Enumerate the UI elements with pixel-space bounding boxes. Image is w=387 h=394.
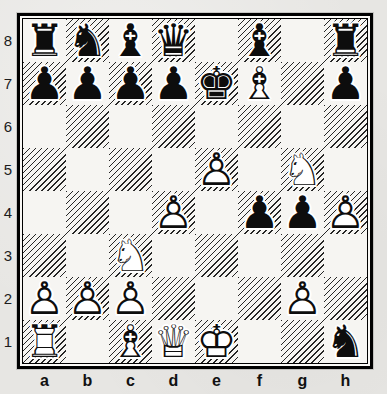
square-c4 <box>109 191 152 234</box>
piece-glyph: ♕ <box>152 320 195 363</box>
square-d6 <box>152 105 195 148</box>
black-pawn-b7: ♟♟ <box>66 62 109 105</box>
piece-glyph: ♙ <box>66 277 109 320</box>
file-label-c: c <box>109 372 152 390</box>
chess-board: ♜♜♞♞♝♝♛♛♝♝♜♜♟♟♟♟♟♟♟♟♚♚♝♗♟♟♟♙♞♘♟♙♟♟♟♟♟♙♞♘… <box>17 13 373 369</box>
piece-glyph: ♟ <box>109 62 152 105</box>
square-g4: ♟♟ <box>281 191 324 234</box>
black-pawn-c7: ♟♟ <box>109 62 152 105</box>
square-b6 <box>66 105 109 148</box>
rank-label-1: 1 <box>0 320 16 363</box>
piece-glyph: ♜ <box>324 19 367 62</box>
square-b4 <box>66 191 109 234</box>
white-pawn-d4: ♟♙ <box>152 191 195 234</box>
rank-label-3: 3 <box>0 234 16 277</box>
file-label-b: b <box>66 372 109 390</box>
white-pawn-e5: ♟♙ <box>195 148 238 191</box>
square-h7: ♟♟ <box>324 62 367 105</box>
piece-glyph: ♘ <box>109 234 152 277</box>
black-rook-a8: ♜♜ <box>23 19 66 62</box>
piece-glyph: ♗ <box>238 62 281 105</box>
piece-glyph: ♟ <box>281 191 324 234</box>
square-e3 <box>195 234 238 277</box>
white-king-e1: ♚♔ <box>195 320 238 363</box>
square-g8 <box>281 19 324 62</box>
black-knight-h1: ♞♞ <box>324 320 367 363</box>
square-b3 <box>66 234 109 277</box>
white-bishop-f7: ♝♗ <box>238 62 281 105</box>
square-a4 <box>23 191 66 234</box>
piece-glyph: ♞ <box>66 19 109 62</box>
white-knight-g5: ♞♘ <box>281 148 324 191</box>
piece-glyph: ♙ <box>109 277 152 320</box>
white-bishop-c1: ♝♗ <box>109 320 152 363</box>
square-b7: ♟♟ <box>66 62 109 105</box>
square-b2: ♟♙ <box>66 277 109 320</box>
square-f3 <box>238 234 281 277</box>
piece-glyph: ♛ <box>152 19 195 62</box>
piece-glyph: ♙ <box>152 191 195 234</box>
square-c7: ♟♟ <box>109 62 152 105</box>
piece-glyph: ♘ <box>281 148 324 191</box>
square-b8: ♞♞ <box>66 19 109 62</box>
piece-glyph: ♔ <box>195 320 238 363</box>
white-pawn-g2: ♟♙ <box>281 277 324 320</box>
square-e4 <box>195 191 238 234</box>
square-a8: ♜♜ <box>23 19 66 62</box>
square-d5 <box>152 148 195 191</box>
square-f2 <box>238 277 281 320</box>
black-pawn-h7: ♟♟ <box>324 62 367 105</box>
square-g1 <box>281 320 324 363</box>
square-h1: ♞♞ <box>324 320 367 363</box>
square-c5 <box>109 148 152 191</box>
rank-label-8: 8 <box>0 19 16 62</box>
square-h6 <box>324 105 367 148</box>
square-d8: ♛♛ <box>152 19 195 62</box>
file-label-f: f <box>238 372 281 390</box>
square-b1 <box>66 320 109 363</box>
piece-glyph: ♞ <box>324 320 367 363</box>
square-e1: ♚♔ <box>195 320 238 363</box>
board-grid: ♜♜♞♞♝♝♛♛♝♝♜♜♟♟♟♟♟♟♟♟♚♚♝♗♟♟♟♙♞♘♟♙♟♟♟♟♟♙♞♘… <box>22 18 368 364</box>
square-a3 <box>23 234 66 277</box>
square-d4: ♟♙ <box>152 191 195 234</box>
square-e2 <box>195 277 238 320</box>
file-label-e: e <box>195 372 238 390</box>
square-h4: ♟♙ <box>324 191 367 234</box>
square-a1: ♜♖ <box>23 320 66 363</box>
piece-glyph: ♗ <box>109 320 152 363</box>
rank-label-4: 4 <box>0 191 16 234</box>
rank-label-5: 5 <box>0 148 16 191</box>
file-label-a: a <box>23 372 66 390</box>
piece-glyph: ♚ <box>195 62 238 105</box>
piece-glyph: ♜ <box>23 19 66 62</box>
black-pawn-g4: ♟♟ <box>281 191 324 234</box>
black-queen-d8: ♛♛ <box>152 19 195 62</box>
black-pawn-f4: ♟♟ <box>238 191 281 234</box>
square-d7: ♟♟ <box>152 62 195 105</box>
file-label-g: g <box>281 372 324 390</box>
square-d1: ♛♕ <box>152 320 195 363</box>
square-a2: ♟♙ <box>23 277 66 320</box>
file-label-h: h <box>324 372 367 390</box>
square-b5 <box>66 148 109 191</box>
piece-glyph: ♟ <box>66 62 109 105</box>
square-c3: ♞♘ <box>109 234 152 277</box>
square-a6 <box>23 105 66 148</box>
white-pawn-c2: ♟♙ <box>109 277 152 320</box>
piece-glyph: ♟ <box>238 191 281 234</box>
square-g7 <box>281 62 324 105</box>
square-g6 <box>281 105 324 148</box>
piece-glyph: ♝ <box>109 19 152 62</box>
black-pawn-d7: ♟♟ <box>152 62 195 105</box>
piece-glyph: ♖ <box>23 320 66 363</box>
black-knight-b8: ♞♞ <box>66 19 109 62</box>
rank-label-6: 6 <box>0 105 16 148</box>
piece-glyph: ♟ <box>152 62 195 105</box>
piece-glyph: ♙ <box>195 148 238 191</box>
piece-glyph: ♟ <box>23 62 66 105</box>
square-e6 <box>195 105 238 148</box>
square-f5 <box>238 148 281 191</box>
black-king-e7: ♚♚ <box>195 62 238 105</box>
piece-glyph: ♝ <box>238 19 281 62</box>
square-a7: ♟♟ <box>23 62 66 105</box>
black-bishop-c8: ♝♝ <box>109 19 152 62</box>
square-e5: ♟♙ <box>195 148 238 191</box>
square-c8: ♝♝ <box>109 19 152 62</box>
chess-diagram: 87654321 ♜♜♞♞♝♝♛♛♝♝♜♜♟♟♟♟♟♟♟♟♚♚♝♗♟♟♟♙♞♘♟… <box>0 0 387 394</box>
black-rook-h8: ♜♜ <box>324 19 367 62</box>
square-h5 <box>324 148 367 191</box>
square-g3 <box>281 234 324 277</box>
piece-glyph: ♙ <box>23 277 66 320</box>
white-pawn-b2: ♟♙ <box>66 277 109 320</box>
square-d3 <box>152 234 195 277</box>
piece-glyph: ♙ <box>281 277 324 320</box>
rank-label-2: 2 <box>0 277 16 320</box>
square-f7: ♝♗ <box>238 62 281 105</box>
rank-labels: 87654321 <box>0 19 16 363</box>
square-e7: ♚♚ <box>195 62 238 105</box>
square-c1: ♝♗ <box>109 320 152 363</box>
square-f1 <box>238 320 281 363</box>
black-pawn-a7: ♟♟ <box>23 62 66 105</box>
square-h8: ♜♜ <box>324 19 367 62</box>
white-rook-a1: ♜♖ <box>23 320 66 363</box>
square-a5 <box>23 148 66 191</box>
white-queen-d1: ♛♕ <box>152 320 195 363</box>
square-f8: ♝♝ <box>238 19 281 62</box>
square-h2 <box>324 277 367 320</box>
square-h3 <box>324 234 367 277</box>
white-pawn-a2: ♟♙ <box>23 277 66 320</box>
piece-glyph: ♙ <box>324 191 367 234</box>
piece-glyph: ♟ <box>324 62 367 105</box>
white-knight-c3: ♞♘ <box>109 234 152 277</box>
square-g5: ♞♘ <box>281 148 324 191</box>
white-pawn-h4: ♟♙ <box>324 191 367 234</box>
square-d2 <box>152 277 195 320</box>
file-labels: abcdefgh <box>23 372 367 390</box>
square-e8 <box>195 19 238 62</box>
square-g2: ♟♙ <box>281 277 324 320</box>
square-f4: ♟♟ <box>238 191 281 234</box>
square-c2: ♟♙ <box>109 277 152 320</box>
square-f6 <box>238 105 281 148</box>
file-label-d: d <box>152 372 195 390</box>
square-c6 <box>109 105 152 148</box>
rank-label-7: 7 <box>0 62 16 105</box>
black-bishop-f8: ♝♝ <box>238 19 281 62</box>
